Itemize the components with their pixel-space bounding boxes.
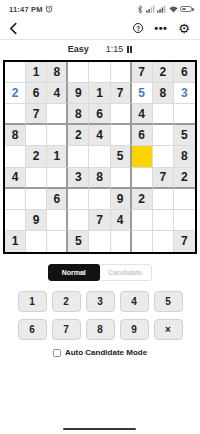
cell-r5c1[interactable] — [5, 146, 26, 167]
cell-r3c7[interactable]: 4 — [132, 104, 153, 125]
cell-r5c2[interactable]: 2 — [26, 146, 47, 167]
sudoku-board: 1872626491758378648246521584387269297415… — [3, 60, 197, 254]
key-6[interactable]: 6 — [18, 319, 47, 340]
cell-r1c5[interactable] — [89, 62, 110, 83]
game-bar: Easy 1:15 — [0, 39, 200, 58]
timer-value: 1:15 — [106, 44, 124, 54]
cell-r4c3[interactable] — [47, 125, 68, 146]
cell-r5c3[interactable]: 1 — [47, 146, 68, 167]
cell-r3c4[interactable]: 8 — [68, 104, 89, 125]
key-9[interactable]: 9 — [120, 319, 149, 340]
cell-r9c3[interactable] — [47, 231, 68, 252]
cell-r8c3[interactable] — [47, 210, 68, 231]
cell-r2c4[interactable]: 9 — [68, 83, 89, 104]
sudoku-app: 11:47 PM — [0, 0, 200, 434]
cell-r1c8[interactable]: 2 — [153, 62, 174, 83]
app-header: ? ••• ⚙ — [0, 15, 200, 39]
cell-r1c2[interactable]: 1 — [26, 62, 47, 83]
cell-r7c5[interactable] — [89, 189, 110, 210]
cell-r4c1[interactable]: 8 — [5, 125, 26, 146]
cell-r6c5[interactable]: 8 — [89, 168, 110, 189]
cell-r6c8[interactable]: 7 — [153, 168, 174, 189]
cell-r9c9[interactable]: 7 — [174, 231, 195, 252]
cell-r8c8[interactable] — [153, 210, 174, 231]
cell-r4c5[interactable]: 4 — [89, 125, 110, 146]
auto-candidate-checkbox[interactable] — [53, 349, 61, 357]
keypad-row-2: 6789× — [18, 319, 183, 340]
back-icon[interactable] — [9, 22, 18, 35]
cell-r1c6[interactable] — [111, 62, 132, 83]
cell-r8c2[interactable]: 9 — [26, 210, 47, 231]
cell-r9c4[interactable]: 5 — [68, 231, 89, 252]
cell-r2c3[interactable]: 4 — [47, 83, 68, 104]
pause-icon[interactable] — [127, 46, 132, 53]
cell-r8c7[interactable] — [132, 210, 153, 231]
cell-r5c4[interactable] — [68, 146, 89, 167]
cell-r3c8[interactable] — [153, 104, 174, 125]
cell-r6c7[interactable] — [132, 168, 153, 189]
number-keypad: 123456789× — [0, 291, 200, 340]
cell-r5c7[interactable] — [132, 146, 153, 167]
cell-r7c2[interactable] — [26, 189, 47, 210]
cell-r6c2[interactable] — [26, 168, 47, 189]
cell-r9c1[interactable]: 1 — [5, 231, 26, 252]
cell-r3c5[interactable]: 6 — [89, 104, 110, 125]
cell-r5c5[interactable] — [89, 146, 110, 167]
cell-r3c9[interactable] — [174, 104, 195, 125]
cell-r5c9[interactable]: 8 — [174, 146, 195, 167]
cell-r6c9[interactable]: 2 — [174, 168, 195, 189]
alarm-icon — [45, 5, 53, 13]
cell-r5c6[interactable]: 5 — [111, 146, 132, 167]
cell-r8c4[interactable] — [68, 210, 89, 231]
gesture-handle[interactable] — [63, 428, 136, 431]
cell-r9c5[interactable] — [89, 231, 110, 252]
cell-r7c8[interactable] — [153, 189, 174, 210]
cell-r8c6[interactable]: 4 — [111, 210, 132, 231]
candidate-mode-button[interactable]: Candidate — [100, 264, 153, 281]
cell-r9c6[interactable] — [111, 231, 132, 252]
cell-r4c7[interactable]: 6 — [132, 125, 153, 146]
key-4[interactable]: 4 — [120, 291, 149, 312]
cell-r5c8[interactable] — [153, 146, 174, 167]
cell-r2c9[interactable]: 3 — [174, 83, 195, 104]
cell-r1c1[interactable] — [5, 62, 26, 83]
cell-r7c3[interactable]: 6 — [47, 189, 68, 210]
key-1[interactable]: 1 — [18, 291, 47, 312]
cell-r2c1[interactable]: 2 — [5, 83, 26, 104]
cell-r4c8[interactable] — [153, 125, 174, 146]
cell-r8c5[interactable]: 7 — [89, 210, 110, 231]
cell-r3c2[interactable]: 7 — [26, 104, 47, 125]
cell-r9c7[interactable] — [132, 231, 153, 252]
cell-r1c3[interactable]: 8 — [47, 62, 68, 83]
cell-r7c9[interactable] — [174, 189, 195, 210]
key-8[interactable]: 8 — [86, 319, 115, 340]
key-3[interactable]: 3 — [86, 291, 115, 312]
key-5[interactable]: 5 — [154, 291, 183, 312]
cell-r7c4[interactable] — [68, 189, 89, 210]
clock-time: 11:47 PM — [9, 5, 43, 14]
cell-r3c3[interactable] — [47, 104, 68, 125]
cell-r4c2[interactable] — [26, 125, 47, 146]
cell-r8c1[interactable] — [5, 210, 26, 231]
normal-mode-button[interactable]: Normal — [48, 264, 100, 281]
cell-r3c6[interactable] — [111, 104, 132, 125]
status-bar: 11:47 PM — [0, 0, 200, 15]
auto-candidate-label: Auto Candidate Mode — [65, 348, 147, 357]
cell-r1c9[interactable]: 6 — [174, 62, 195, 83]
cell-r8c9[interactable] — [174, 210, 195, 231]
cell-r4c9[interactable]: 5 — [174, 125, 195, 146]
cell-r7c6[interactable]: 9 — [111, 189, 132, 210]
cell-r2c6[interactable]: 7 — [111, 83, 132, 104]
settings-gear-icon[interactable]: ⚙ — [178, 22, 190, 35]
help-icon[interactable]: ? — [133, 23, 143, 33]
delete-key[interactable]: × — [154, 319, 183, 340]
cell-r2c7[interactable]: 5 — [132, 83, 153, 104]
cell-r2c2[interactable]: 6 — [26, 83, 47, 104]
cell-r1c7[interactable]: 7 — [132, 62, 153, 83]
cell-r6c3[interactable] — [47, 168, 68, 189]
cell-signal-icon — [157, 5, 166, 13]
cell-r6c6[interactable] — [111, 168, 132, 189]
cell-r4c6[interactable] — [111, 125, 132, 146]
cell-r9c2[interactable] — [26, 231, 47, 252]
bluetooth-icon — [137, 5, 143, 14]
keypad-row-1: 12345 — [18, 291, 183, 312]
cell-r7c1[interactable] — [5, 189, 26, 210]
cell-r6c4[interactable]: 3 — [68, 168, 89, 189]
key-2[interactable]: 2 — [52, 291, 81, 312]
cell-r2c5[interactable]: 1 — [89, 83, 110, 104]
battery-icon — [180, 6, 192, 13]
cell-r4c4[interactable]: 2 — [68, 125, 89, 146]
cell-signal-icon — [146, 5, 155, 13]
cell-r1c4[interactable] — [68, 62, 89, 83]
cell-r6c1[interactable]: 4 — [5, 168, 26, 189]
cell-r9c8[interactable] — [153, 231, 174, 252]
key-7[interactable]: 7 — [52, 319, 81, 340]
difficulty-label: Easy — [68, 44, 89, 54]
cell-r7c7[interactable]: 2 — [132, 189, 153, 210]
auto-candidate-row: Auto Candidate Mode — [0, 348, 200, 357]
overflow-menu-icon[interactable]: ••• — [154, 23, 167, 34]
cell-r3c1[interactable] — [5, 104, 26, 125]
cell-r2c8[interactable]: 8 — [153, 83, 174, 104]
wifi-icon — [169, 5, 178, 13]
entry-mode-toggle: Normal Candidate — [48, 264, 152, 281]
